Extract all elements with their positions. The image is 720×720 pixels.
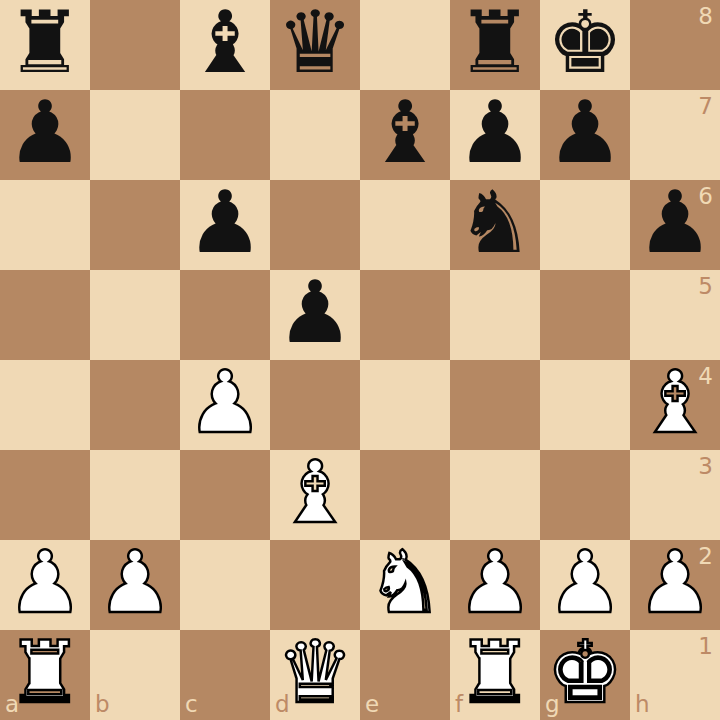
square-e7[interactable]: ♝ xyxy=(360,90,450,180)
square-g4[interactable] xyxy=(540,360,630,450)
file-label-c: c xyxy=(185,693,198,716)
square-a7[interactable]: ♟ xyxy=(0,90,90,180)
black-rook[interactable]: ♜ xyxy=(6,0,83,87)
square-h8[interactable]: 8 xyxy=(630,0,720,90)
white-king[interactable]: ♚ xyxy=(546,627,623,717)
black-pawn[interactable]: ♟ xyxy=(636,177,713,267)
white-pawn[interactable]: ♟ xyxy=(546,537,623,627)
square-f2[interactable]: ♟ xyxy=(450,540,540,630)
square-a6[interactable] xyxy=(0,180,90,270)
white-pawn[interactable]: ♟ xyxy=(186,357,263,447)
square-c2[interactable] xyxy=(180,540,270,630)
square-d7[interactable] xyxy=(270,90,360,180)
white-pawn[interactable]: ♟ xyxy=(6,537,83,627)
black-rook[interactable]: ♜ xyxy=(456,0,533,87)
square-d1[interactable]: ♛d xyxy=(270,630,360,720)
white-queen[interactable]: ♛ xyxy=(276,627,353,717)
rank-label-1: 1 xyxy=(698,635,713,658)
square-g1[interactable]: ♚g xyxy=(540,630,630,720)
square-a5[interactable] xyxy=(0,270,90,360)
square-e2[interactable]: ♞ xyxy=(360,540,450,630)
square-f6[interactable]: ♞ xyxy=(450,180,540,270)
square-d8[interactable]: ♛ xyxy=(270,0,360,90)
file-label-h: h xyxy=(635,693,650,716)
black-bishop[interactable]: ♝ xyxy=(186,0,263,87)
square-f1[interactable]: ♜f xyxy=(450,630,540,720)
square-e6[interactable] xyxy=(360,180,450,270)
rank-label-8: 8 xyxy=(698,5,713,28)
black-pawn[interactable]: ♟ xyxy=(6,87,83,177)
white-pawn[interactable]: ♟ xyxy=(636,537,713,627)
white-bishop[interactable]: ♝ xyxy=(276,447,353,537)
square-e1[interactable]: e xyxy=(360,630,450,720)
square-a2[interactable]: ♟ xyxy=(0,540,90,630)
square-c6[interactable]: ♟ xyxy=(180,180,270,270)
square-c1[interactable]: c xyxy=(180,630,270,720)
black-pawn[interactable]: ♟ xyxy=(186,177,263,267)
square-e5[interactable] xyxy=(360,270,450,360)
square-c5[interactable] xyxy=(180,270,270,360)
square-b1[interactable]: b xyxy=(90,630,180,720)
square-g5[interactable] xyxy=(540,270,630,360)
chess-board: ♜♝♛♜♚8♟♝♟♟7♟♞♟6♟5♟♝4♝3♟♟♞♟♟♟2♜abc♛de♜f♚g… xyxy=(0,0,720,720)
white-bishop[interactable]: ♝ xyxy=(636,357,713,447)
square-a4[interactable] xyxy=(0,360,90,450)
square-b3[interactable] xyxy=(90,450,180,540)
square-g6[interactable] xyxy=(540,180,630,270)
square-f5[interactable] xyxy=(450,270,540,360)
white-pawn[interactable]: ♟ xyxy=(96,537,173,627)
square-f3[interactable] xyxy=(450,450,540,540)
square-a1[interactable]: ♜a xyxy=(0,630,90,720)
square-g3[interactable] xyxy=(540,450,630,540)
square-b5[interactable] xyxy=(90,270,180,360)
square-h5[interactable]: 5 xyxy=(630,270,720,360)
rank-label-3: 3 xyxy=(698,455,713,478)
white-pawn[interactable]: ♟ xyxy=(456,537,533,627)
square-h6[interactable]: ♟6 xyxy=(630,180,720,270)
square-a8[interactable]: ♜ xyxy=(0,0,90,90)
black-king[interactable]: ♚ xyxy=(546,0,623,87)
square-c8[interactable]: ♝ xyxy=(180,0,270,90)
square-b6[interactable] xyxy=(90,180,180,270)
square-g8[interactable]: ♚ xyxy=(540,0,630,90)
square-g2[interactable]: ♟ xyxy=(540,540,630,630)
square-b8[interactable] xyxy=(90,0,180,90)
square-b4[interactable] xyxy=(90,360,180,450)
square-c4[interactable]: ♟ xyxy=(180,360,270,450)
square-h4[interactable]: ♝4 xyxy=(630,360,720,450)
black-pawn[interactable]: ♟ xyxy=(546,87,623,177)
square-d5[interactable]: ♟ xyxy=(270,270,360,360)
square-e4[interactable] xyxy=(360,360,450,450)
white-rook[interactable]: ♜ xyxy=(6,627,83,717)
white-rook[interactable]: ♜ xyxy=(456,627,533,717)
file-label-e: e xyxy=(365,693,379,716)
square-e8[interactable] xyxy=(360,0,450,90)
rank-label-5: 5 xyxy=(698,275,713,298)
square-d6[interactable] xyxy=(270,180,360,270)
square-f7[interactable]: ♟ xyxy=(450,90,540,180)
square-d3[interactable]: ♝ xyxy=(270,450,360,540)
black-queen[interactable]: ♛ xyxy=(276,0,353,87)
square-e3[interactable] xyxy=(360,450,450,540)
rank-label-7: 7 xyxy=(698,95,713,118)
square-c7[interactable] xyxy=(180,90,270,180)
square-d2[interactable] xyxy=(270,540,360,630)
square-f8[interactable]: ♜ xyxy=(450,0,540,90)
square-a3[interactable] xyxy=(0,450,90,540)
square-c3[interactable] xyxy=(180,450,270,540)
square-h3[interactable]: 3 xyxy=(630,450,720,540)
square-h7[interactable]: 7 xyxy=(630,90,720,180)
square-h1[interactable]: 1h xyxy=(630,630,720,720)
file-label-b: b xyxy=(95,693,110,716)
black-pawn[interactable]: ♟ xyxy=(276,267,353,357)
black-pawn[interactable]: ♟ xyxy=(456,87,533,177)
black-knight[interactable]: ♞ xyxy=(456,177,533,267)
square-g7[interactable]: ♟ xyxy=(540,90,630,180)
square-d4[interactable] xyxy=(270,360,360,450)
square-b2[interactable]: ♟ xyxy=(90,540,180,630)
black-bishop[interactable]: ♝ xyxy=(366,87,443,177)
white-knight[interactable]: ♞ xyxy=(366,537,443,627)
square-h2[interactable]: ♟2 xyxy=(630,540,720,630)
square-f4[interactable] xyxy=(450,360,540,450)
square-b7[interactable] xyxy=(90,90,180,180)
